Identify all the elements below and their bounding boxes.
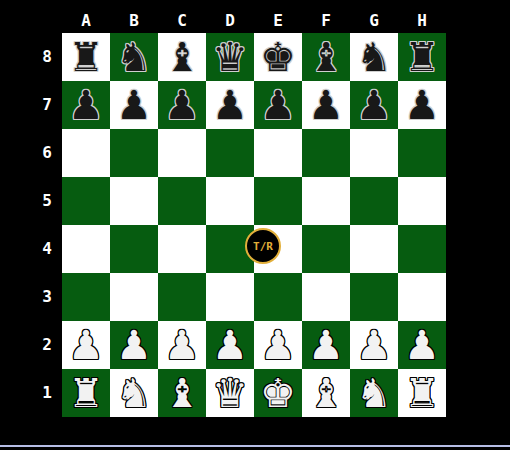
square-h2[interactable]: ♟ xyxy=(398,321,446,369)
piece-black-rook: ♜ xyxy=(404,37,440,77)
piece-black-bishop: ♝ xyxy=(164,37,200,77)
square-d7[interactable]: ♟ xyxy=(206,81,254,129)
cursor-label: T/R xyxy=(253,241,273,252)
piece-white-pawn: ♟ xyxy=(404,325,440,365)
square-e8[interactable]: ♚ xyxy=(254,33,302,81)
piece-white-pawn: ♟ xyxy=(356,325,392,365)
piece-black-queen: ♛ xyxy=(212,37,248,77)
cursor[interactable]: T/R xyxy=(245,228,281,264)
piece-black-pawn: ♟ xyxy=(164,85,200,125)
square-b4[interactable] xyxy=(110,225,158,273)
square-b7[interactable]: ♟ xyxy=(110,81,158,129)
piece-black-pawn: ♟ xyxy=(356,85,392,125)
square-h7[interactable]: ♟ xyxy=(398,81,446,129)
square-f2[interactable]: ♟ xyxy=(302,321,350,369)
piece-white-pawn: ♟ xyxy=(308,325,344,365)
square-h6[interactable] xyxy=(398,129,446,177)
square-d2[interactable]: ♟ xyxy=(206,321,254,369)
square-h1[interactable]: ♜ xyxy=(398,369,446,417)
square-h5[interactable] xyxy=(398,177,446,225)
square-h8[interactable]: ♜ xyxy=(398,33,446,81)
square-c7[interactable]: ♟ xyxy=(158,81,206,129)
piece-black-pawn: ♟ xyxy=(116,85,152,125)
square-a3[interactable] xyxy=(62,273,110,321)
square-f1[interactable]: ♝ xyxy=(302,369,350,417)
square-a2[interactable]: ♟ xyxy=(62,321,110,369)
piece-black-pawn: ♟ xyxy=(68,85,104,125)
rank-label-3: 3 xyxy=(34,273,60,321)
piece-white-knight: ♞ xyxy=(116,373,152,413)
piece-black-king: ♚ xyxy=(260,37,296,77)
square-f5[interactable] xyxy=(302,177,350,225)
piece-black-bishop: ♝ xyxy=(308,37,344,77)
piece-white-pawn: ♟ xyxy=(68,325,104,365)
square-b8[interactable]: ♞ xyxy=(110,33,158,81)
square-a5[interactable] xyxy=(62,177,110,225)
square-f3[interactable] xyxy=(302,273,350,321)
square-d3[interactable] xyxy=(206,273,254,321)
square-a8[interactable]: ♜ xyxy=(62,33,110,81)
piece-white-pawn: ♟ xyxy=(164,325,200,365)
square-b2[interactable]: ♟ xyxy=(110,321,158,369)
square-d1[interactable]: ♛ xyxy=(206,369,254,417)
piece-white-bishop: ♝ xyxy=(308,373,344,413)
piece-white-pawn: ♟ xyxy=(212,325,248,365)
game-screen: ABCDEFGH 87654321 ♜♞♝♛♚♝♞♜♟♟♟♟♟♟♟♟♟♟♟♟♟♟… xyxy=(0,0,510,450)
square-b1[interactable]: ♞ xyxy=(110,369,158,417)
rank-label-6: 6 xyxy=(34,129,60,177)
file-label-c: C xyxy=(158,11,206,31)
file-label-h: H xyxy=(398,11,446,31)
square-e6[interactable] xyxy=(254,129,302,177)
square-f4[interactable] xyxy=(302,225,350,273)
square-e2[interactable]: ♟ xyxy=(254,321,302,369)
piece-white-pawn: ♟ xyxy=(260,325,296,365)
square-g1[interactable]: ♞ xyxy=(350,369,398,417)
square-h4[interactable] xyxy=(398,225,446,273)
file-label-a: A xyxy=(62,11,110,31)
square-e7[interactable]: ♟ xyxy=(254,81,302,129)
file-label-b: B xyxy=(110,11,158,31)
square-c5[interactable] xyxy=(158,177,206,225)
rank-labels: 87654321 xyxy=(34,33,60,417)
rank-label-8: 8 xyxy=(34,33,60,81)
square-e5[interactable] xyxy=(254,177,302,225)
rank-label-1: 1 xyxy=(34,369,60,417)
square-b3[interactable] xyxy=(110,273,158,321)
square-g7[interactable]: ♟ xyxy=(350,81,398,129)
square-c6[interactable] xyxy=(158,129,206,177)
rank-label-7: 7 xyxy=(34,81,60,129)
piece-white-rook: ♜ xyxy=(68,373,104,413)
square-a4[interactable] xyxy=(62,225,110,273)
rank-label-2: 2 xyxy=(34,321,60,369)
square-b6[interactable] xyxy=(110,129,158,177)
square-a7[interactable]: ♟ xyxy=(62,81,110,129)
square-c1[interactable]: ♝ xyxy=(158,369,206,417)
piece-black-knight: ♞ xyxy=(116,37,152,77)
square-d6[interactable] xyxy=(206,129,254,177)
piece-white-king: ♚ xyxy=(260,373,296,413)
square-e3[interactable] xyxy=(254,273,302,321)
square-c8[interactable]: ♝ xyxy=(158,33,206,81)
square-h3[interactable] xyxy=(398,273,446,321)
rank-label-4: 4 xyxy=(34,225,60,273)
square-g6[interactable] xyxy=(350,129,398,177)
square-g5[interactable] xyxy=(350,177,398,225)
square-c3[interactable] xyxy=(158,273,206,321)
piece-black-rook: ♜ xyxy=(68,37,104,77)
square-f6[interactable] xyxy=(302,129,350,177)
square-c4[interactable] xyxy=(158,225,206,273)
square-d5[interactable] xyxy=(206,177,254,225)
file-labels: ABCDEFGH xyxy=(62,11,446,31)
square-d8[interactable]: ♛ xyxy=(206,33,254,81)
square-g2[interactable]: ♟ xyxy=(350,321,398,369)
square-g4[interactable] xyxy=(350,225,398,273)
piece-black-pawn: ♟ xyxy=(404,85,440,125)
piece-black-pawn: ♟ xyxy=(308,85,344,125)
square-a1[interactable]: ♜ xyxy=(62,369,110,417)
piece-white-rook: ♜ xyxy=(404,373,440,413)
piece-white-queen: ♛ xyxy=(212,373,248,413)
piece-white-knight: ♞ xyxy=(356,373,392,413)
square-g3[interactable] xyxy=(350,273,398,321)
square-c2[interactable]: ♟ xyxy=(158,321,206,369)
file-label-d: D xyxy=(206,11,254,31)
chess-board: ♜♞♝♛♚♝♞♜♟♟♟♟♟♟♟♟♟♟♟♟♟♟♟♟♜♞♝♛♚♝♞♜ xyxy=(62,33,446,417)
square-g8[interactable]: ♞ xyxy=(350,33,398,81)
screen-bottom-line xyxy=(0,445,510,447)
piece-black-knight: ♞ xyxy=(356,37,392,77)
square-f7[interactable]: ♟ xyxy=(302,81,350,129)
file-label-e: E xyxy=(254,11,302,31)
piece-white-pawn: ♟ xyxy=(116,325,152,365)
piece-white-bishop: ♝ xyxy=(164,373,200,413)
piece-black-pawn: ♟ xyxy=(260,85,296,125)
rank-label-5: 5 xyxy=(34,177,60,225)
file-label-f: F xyxy=(302,11,350,31)
square-f8[interactable]: ♝ xyxy=(302,33,350,81)
square-e1[interactable]: ♚ xyxy=(254,369,302,417)
square-b5[interactable] xyxy=(110,177,158,225)
file-label-g: G xyxy=(350,11,398,31)
piece-black-pawn: ♟ xyxy=(212,85,248,125)
square-a6[interactable] xyxy=(62,129,110,177)
